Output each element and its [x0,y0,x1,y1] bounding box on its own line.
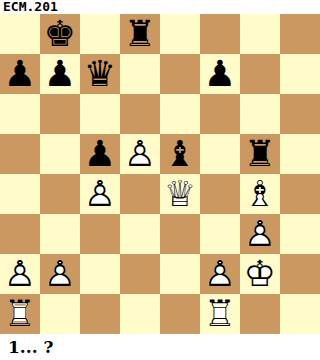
piece-wB-g4[interactable]: ♝♗ [240,174,280,214]
square-g7[interactable] [240,54,280,94]
square-b2[interactable]: ♟♙ [40,254,80,294]
square-f4[interactable] [200,174,240,214]
square-e4[interactable]: ♛♕ [160,174,200,214]
square-c7[interactable]: ♛ [80,54,120,94]
piece-wP-d5[interactable]: ♟♙ [120,134,160,174]
square-g1[interactable] [240,294,280,334]
square-e6[interactable] [160,94,200,134]
square-f2[interactable]: ♟♙ [200,254,240,294]
square-f7[interactable]: ♟ [200,54,240,94]
square-e5[interactable]: ♝ [160,134,200,174]
square-h5[interactable] [280,134,320,174]
square-b1[interactable] [40,294,80,334]
piece-outline-layer: ♗ [240,174,280,214]
square-b5[interactable] [40,134,80,174]
square-b8[interactable]: ♚ [40,14,80,54]
square-e8[interactable] [160,14,200,54]
square-f1[interactable]: ♜♖ [200,294,240,334]
square-c6[interactable] [80,94,120,134]
piece-wP-g3[interactable]: ♟♙ [240,214,280,254]
piece-wP-a2[interactable]: ♟♙ [0,254,40,294]
piece-outline-layer: ♙ [240,214,280,254]
square-h6[interactable] [280,94,320,134]
square-a2[interactable]: ♟♙ [0,254,40,294]
piece-outline-layer: ♖ [0,294,40,334]
square-d8[interactable]: ♜ [120,14,160,54]
square-g2[interactable]: ♚♔ [240,254,280,294]
piece-outline-layer: ♙ [0,254,40,294]
square-b7[interactable]: ♟ [40,54,80,94]
square-c8[interactable] [80,14,120,54]
piece-wP-f2[interactable]: ♟♙ [200,254,240,294]
square-a8[interactable] [0,14,40,54]
square-e7[interactable] [160,54,200,94]
square-g8[interactable] [240,14,280,54]
square-c2[interactable] [80,254,120,294]
square-g4[interactable]: ♝♗ [240,174,280,214]
piece-wQ-e4[interactable]: ♛♕ [160,174,200,214]
piece-outline-layer: ♙ [200,254,240,294]
piece-outline-layer: ♖ [200,294,240,334]
piece-bR-g5[interactable]: ♜ [240,134,280,174]
piece-outline-layer: ♕ [160,174,200,214]
square-h1[interactable] [280,294,320,334]
square-d6[interactable] [120,94,160,134]
piece-outline-layer: ♙ [40,254,80,294]
square-h8[interactable] [280,14,320,54]
piece-bK-b8[interactable]: ♚ [40,14,80,54]
square-d2[interactable] [120,254,160,294]
square-e2[interactable] [160,254,200,294]
square-d1[interactable] [120,294,160,334]
square-d3[interactable] [120,214,160,254]
square-c1[interactable] [80,294,120,334]
piece-wR-a1[interactable]: ♜♖ [0,294,40,334]
square-a4[interactable] [0,174,40,214]
square-e3[interactable] [160,214,200,254]
piece-bP-a7[interactable]: ♟ [0,54,40,94]
piece-wP-b2[interactable]: ♟♙ [40,254,80,294]
square-c4[interactable]: ♟♙ [80,174,120,214]
piece-outline-layer: ♙ [80,174,120,214]
square-a6[interactable] [0,94,40,134]
square-b3[interactable] [40,214,80,254]
piece-bQ-c7[interactable]: ♛ [80,54,120,94]
square-b6[interactable] [40,94,80,134]
piece-bR-d8[interactable]: ♜ [120,14,160,54]
piece-outline-layer: ♙ [120,134,160,174]
chess-board: ♚♜♟♟♛♟♟♟♙♝♜♟♙♛♕♝♗♟♙♟♙♟♙♟♙♚♔♜♖♜♖ [0,14,320,334]
piece-bB-e5[interactable]: ♝ [160,134,200,174]
square-c3[interactable] [80,214,120,254]
square-c5[interactable]: ♟ [80,134,120,174]
piece-outline-layer: ♔ [240,254,280,294]
square-d4[interactable] [120,174,160,214]
piece-bP-c5[interactable]: ♟ [80,134,120,174]
piece-bP-f7[interactable]: ♟ [200,54,240,94]
puzzle-id: ECM.201 [0,0,320,14]
square-f6[interactable] [200,94,240,134]
square-g5[interactable]: ♜ [240,134,280,174]
square-g6[interactable] [240,94,280,134]
square-f8[interactable] [200,14,240,54]
piece-wP-c4[interactable]: ♟♙ [80,174,120,214]
piece-wK-g2[interactable]: ♚♔ [240,254,280,294]
square-h7[interactable] [280,54,320,94]
square-b4[interactable] [40,174,80,214]
square-f5[interactable] [200,134,240,174]
square-d7[interactable] [120,54,160,94]
square-a3[interactable] [0,214,40,254]
square-a7[interactable]: ♟ [0,54,40,94]
square-h2[interactable] [280,254,320,294]
piece-bP-b7[interactable]: ♟ [40,54,80,94]
square-h4[interactable] [280,174,320,214]
piece-wR-f1[interactable]: ♜♖ [200,294,240,334]
square-f3[interactable] [200,214,240,254]
square-h3[interactable] [280,214,320,254]
square-a5[interactable] [0,134,40,174]
square-d5[interactable]: ♟♙ [120,134,160,174]
move-prompt: 1... ? [0,334,320,360]
square-g3[interactable]: ♟♙ [240,214,280,254]
square-e1[interactable] [160,294,200,334]
square-a1[interactable]: ♜♖ [0,294,40,334]
